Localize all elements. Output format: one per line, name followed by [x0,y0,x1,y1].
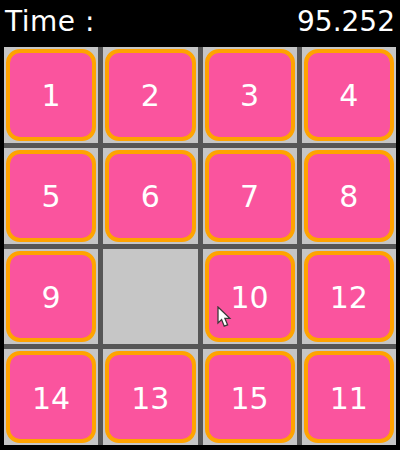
tile-label: 9 [42,280,61,315]
cell: 11 [302,349,396,445]
cell: 8 [302,148,396,244]
tile-label: 6 [141,179,160,214]
tile-9[interactable]: 9 [6,251,96,343]
tile-label: 14 [32,381,70,416]
cell: 12 [302,249,396,345]
tile-8[interactable]: 8 [304,150,394,242]
time-label: Time : [5,5,95,38]
tile-5[interactable]: 5 [6,150,96,242]
tile-label: 15 [231,381,269,416]
tile-13[interactable]: 13 [105,351,195,443]
cell: 5 [4,148,98,244]
cell: 14 [4,349,98,445]
timer-bar: Time : 95.252 [0,0,400,47]
tile-label: 10 [231,280,269,315]
tile-3[interactable]: 3 [205,49,295,141]
tile-15[interactable]: 15 [205,351,295,443]
empty-cell [103,249,197,345]
tile-12[interactable]: 12 [304,251,394,343]
tile-7[interactable]: 7 [205,150,295,242]
cell: 1 [4,47,98,143]
tile-label: 2 [141,78,160,113]
tile-2[interactable]: 2 [105,49,195,141]
tile-label: 12 [330,280,368,315]
cell: 9 [4,249,98,345]
tile-label: 4 [339,78,358,113]
cell: 7 [203,148,297,244]
cell: 4 [302,47,396,143]
tile-11[interactable]: 11 [304,351,394,443]
tile-14[interactable]: 14 [6,351,96,443]
tile-label: 13 [131,381,169,416]
cell: 2 [103,47,197,143]
tile-6[interactable]: 6 [105,150,195,242]
tile-label: 8 [339,179,358,214]
tile-4[interactable]: 4 [304,49,394,141]
tile-label: 3 [240,78,259,113]
tile-label: 1 [42,78,61,113]
tile-10[interactable]: 10 [205,251,295,343]
cell: 6 [103,148,197,244]
tile-label: 5 [42,179,61,214]
tile-label: 11 [330,381,368,416]
cell: 15 [203,349,297,445]
time-value: 95.252 [297,5,395,38]
cell: 10 [203,249,297,345]
tile-1[interactable]: 1 [6,49,96,141]
tile-label: 7 [240,179,259,214]
cell: 13 [103,349,197,445]
cell: 3 [203,47,297,143]
game-window: Time : 95.252 123456789101214131511 [0,0,400,450]
board: 123456789101214131511 [4,47,396,445]
